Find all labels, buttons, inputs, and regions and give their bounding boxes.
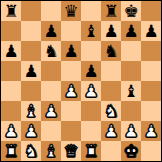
square-f6[interactable]: ♞: [101, 41, 121, 61]
square-a7[interactable]: [1, 21, 21, 41]
piece-black-pawn-b5[interactable]: ♟: [23, 61, 38, 81]
square-g5[interactable]: [121, 61, 141, 81]
square-c2[interactable]: [41, 121, 61, 141]
piece-black-bishop-e7[interactable]: ♝: [83, 21, 98, 41]
square-e1[interactable]: ♜: [81, 141, 101, 161]
square-e7[interactable]: ♝: [81, 21, 101, 41]
square-h5[interactable]: [141, 61, 161, 81]
square-b1[interactable]: ♞: [21, 141, 41, 161]
square-g8[interactable]: ♚: [121, 1, 141, 21]
square-e5[interactable]: ♟: [81, 61, 101, 81]
piece-white-rook-a1[interactable]: ♜: [3, 141, 18, 161]
square-a1[interactable]: ♜: [1, 141, 21, 161]
square-b4[interactable]: [21, 81, 41, 101]
square-a6[interactable]: ♟: [1, 41, 21, 61]
piece-black-pawn-e5[interactable]: ♟: [83, 61, 98, 81]
square-e4[interactable]: ♟: [81, 81, 101, 101]
square-g2[interactable]: ♟: [121, 121, 141, 141]
square-h3[interactable]: [141, 101, 161, 121]
square-b8[interactable]: [21, 1, 41, 21]
piece-black-rook-f8[interactable]: ♜: [103, 1, 118, 21]
square-b2[interactable]: ♟: [21, 121, 41, 141]
square-d5[interactable]: [61, 61, 81, 81]
piece-white-pawn-a2[interactable]: ♟: [3, 121, 18, 141]
square-d1[interactable]: ♛: [61, 141, 81, 161]
piece-white-pawn-b2[interactable]: ♟: [23, 121, 38, 141]
square-f7[interactable]: ♟: [101, 21, 121, 41]
square-b7[interactable]: [21, 21, 41, 41]
square-g4[interactable]: ♝: [121, 81, 141, 101]
square-g6[interactable]: [121, 41, 141, 61]
square-e2[interactable]: [81, 121, 101, 141]
square-h4[interactable]: [141, 81, 161, 101]
piece-black-pawn-c7[interactable]: ♟: [43, 21, 58, 41]
piece-black-rook-a8[interactable]: ♜: [3, 1, 18, 21]
square-b5[interactable]: ♟: [21, 61, 41, 81]
square-a4[interactable]: [1, 81, 21, 101]
piece-white-bishop-c1[interactable]: ♝: [43, 141, 58, 161]
square-f2[interactable]: ♟: [101, 121, 121, 141]
square-e3[interactable]: [81, 101, 101, 121]
square-c3[interactable]: ♟: [41, 101, 61, 121]
square-h6[interactable]: [141, 41, 161, 61]
piece-white-pawn-d4[interactable]: ♟: [63, 81, 78, 101]
square-d8[interactable]: ♛: [61, 1, 81, 21]
piece-black-pawn-h7[interactable]: ♟: [143, 21, 158, 41]
square-a3[interactable]: [1, 101, 21, 121]
piece-black-pawn-f7[interactable]: ♟: [103, 21, 118, 41]
square-b3[interactable]: ♝: [21, 101, 41, 121]
square-g3[interactable]: [121, 101, 141, 121]
square-f1[interactable]: [101, 141, 121, 161]
square-d6[interactable]: ♟: [61, 41, 81, 61]
piece-white-pawn-c3[interactable]: ♟: [43, 101, 58, 121]
square-c6[interactable]: ♞: [41, 41, 61, 61]
square-f8[interactable]: ♜: [101, 1, 121, 21]
square-d4[interactable]: ♟: [61, 81, 81, 101]
piece-black-king-g8[interactable]: ♚: [123, 1, 138, 21]
square-f3[interactable]: ♞: [101, 101, 121, 121]
piece-white-pawn-e4[interactable]: ♟: [83, 81, 98, 101]
square-a8[interactable]: ♜: [1, 1, 21, 21]
square-f5[interactable]: [101, 61, 121, 81]
piece-black-queen-d8[interactable]: ♛: [63, 1, 78, 21]
square-d3[interactable]: [61, 101, 81, 121]
piece-white-king-g1[interactable]: ♚: [123, 141, 138, 161]
square-h1[interactable]: [141, 141, 161, 161]
piece-white-pawn-h2[interactable]: ♟: [143, 121, 158, 141]
piece-black-pawn-g7[interactable]: ♟: [123, 21, 138, 41]
square-c8[interactable]: [41, 1, 61, 21]
square-f4[interactable]: [101, 81, 121, 101]
square-h7[interactable]: ♟: [141, 21, 161, 41]
piece-black-pawn-d6[interactable]: ♟: [63, 41, 78, 61]
piece-white-queen-d1[interactable]: ♛: [63, 141, 78, 161]
square-c5[interactable]: [41, 61, 61, 81]
piece-black-knight-f6[interactable]: ♞: [103, 41, 118, 61]
square-b6[interactable]: [21, 41, 41, 61]
piece-black-pawn-a6[interactable]: ♟: [3, 41, 18, 61]
square-c4[interactable]: [41, 81, 61, 101]
square-c7[interactable]: ♟: [41, 21, 61, 41]
square-e6[interactable]: [81, 41, 101, 61]
piece-white-knight-b1[interactable]: ♞: [23, 141, 38, 161]
piece-black-knight-c6[interactable]: ♞: [43, 41, 58, 61]
square-g7[interactable]: ♟: [121, 21, 141, 41]
square-d2[interactable]: [61, 121, 81, 141]
square-h8[interactable]: [141, 1, 161, 21]
piece-white-pawn-g2[interactable]: ♟: [123, 121, 138, 141]
piece-white-bishop-b3[interactable]: ♝: [23, 101, 38, 121]
square-e8[interactable]: [81, 1, 101, 21]
piece-white-knight-f3[interactable]: ♞: [103, 101, 118, 121]
piece-black-bishop-g4[interactable]: ♝: [123, 81, 138, 101]
piece-white-pawn-f2[interactable]: ♟: [103, 121, 118, 141]
square-h2[interactable]: ♟: [141, 121, 161, 141]
piece-white-rook-e1[interactable]: ♜: [83, 141, 98, 161]
square-d7[interactable]: [61, 21, 81, 41]
square-a2[interactable]: ♟: [1, 121, 21, 141]
chess-board: ♜♛♜♚♟♝♟♟♟♟♞♟♞♟♟♟♟♝♝♟♞♟♟♟♟♟♜♞♝♛♜♚: [0, 0, 162, 162]
square-a5[interactable]: [1, 61, 21, 81]
square-g1[interactable]: ♚: [121, 141, 141, 161]
square-c1[interactable]: ♝: [41, 141, 61, 161]
